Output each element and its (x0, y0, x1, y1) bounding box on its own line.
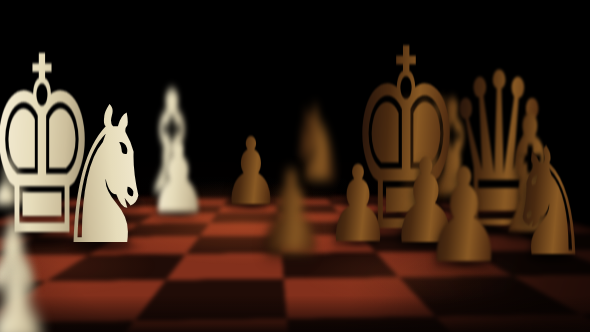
black-pawn-a7[interactable]: ♟ (423, 151, 505, 281)
pieces-layer: ♟♟♟♚♞♝♟♟♟♞♟♚♜♟♝♟♛♝♞ (0, 0, 590, 332)
black-pawn-c6[interactable]: ♟ (255, 156, 327, 270)
white-pawn-d4[interactable]: ♟ (148, 131, 208, 227)
white-knight-c3[interactable]: ♞ (55, 83, 157, 272)
black-knight-b8[interactable]: ♞ (508, 128, 590, 277)
white-pawn-c2[interactable]: ♟ (0, 245, 54, 332)
black-pawn-e6[interactable]: ♟ (325, 152, 392, 258)
chess-photo-scene: ♟♟♟♚♞♝♟♟♟♞♟♚♜♟♝♟♛♝♞ (0, 0, 590, 332)
